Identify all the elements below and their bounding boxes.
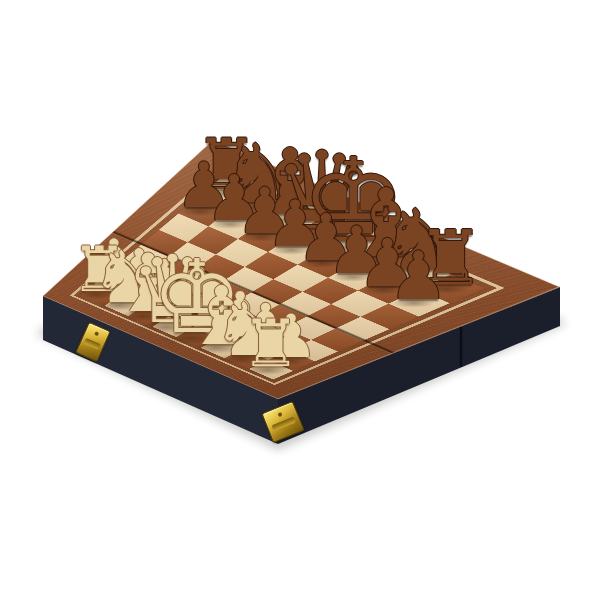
chess-set-photo: ♜♞♝♛♚♝♞♜♟♟♟♟♟♟♟♟♟♟♟♟♟♟♟♟♜♞♝♛♚♝♞♜: [0, 0, 600, 600]
black-pawn-h7[interactable]: ♟: [389, 243, 449, 310]
white-rook-h1[interactable]: ♜: [242, 311, 300, 376]
